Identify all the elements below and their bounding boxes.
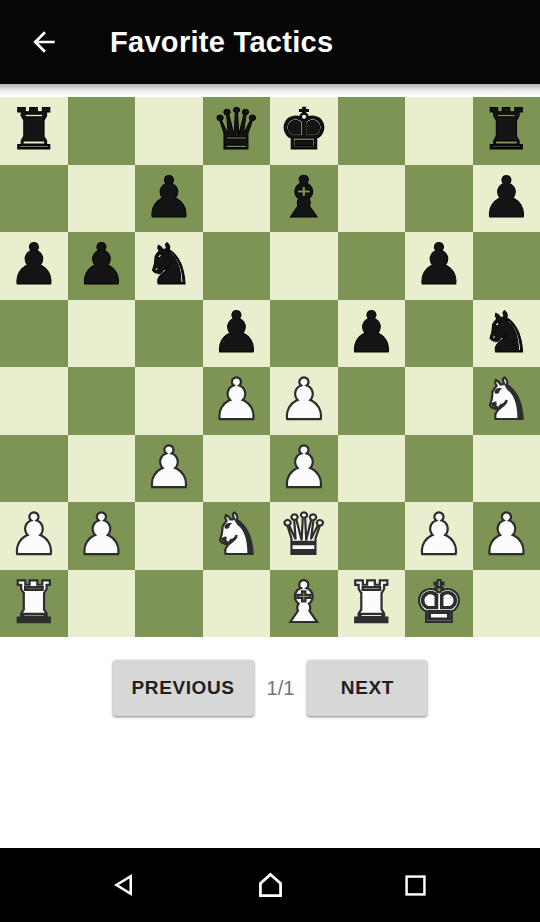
app-bar: Favorite Tactics xyxy=(0,0,540,84)
piece-wb: ♝ xyxy=(278,574,329,631)
square-e5[interactable] xyxy=(270,300,338,368)
piece-wp: ♟ xyxy=(211,371,262,428)
square-c6[interactable]: ♞ xyxy=(135,232,203,300)
square-h5[interactable]: ♞ xyxy=(473,300,540,368)
square-d8[interactable]: ♛ xyxy=(203,97,271,165)
piece-wk: ♚ xyxy=(413,574,464,631)
square-b2[interactable]: ♟ xyxy=(68,502,136,570)
square-c2[interactable] xyxy=(135,502,203,570)
home-icon xyxy=(253,868,288,903)
piece-br: ♜ xyxy=(8,101,59,158)
previous-button[interactable]: PREVIOUS xyxy=(113,660,254,716)
square-d3[interactable] xyxy=(203,435,271,503)
piece-wq: ♛ xyxy=(278,506,329,563)
square-e7[interactable]: ♝ xyxy=(270,165,338,233)
square-g1[interactable]: ♚ xyxy=(405,570,473,638)
square-g2[interactable]: ♟ xyxy=(405,502,473,570)
android-recents-button[interactable] xyxy=(400,870,431,901)
square-e3[interactable]: ♟ xyxy=(270,435,338,503)
square-c1[interactable] xyxy=(135,570,203,638)
square-h7[interactable]: ♟ xyxy=(473,165,540,233)
piece-bp: ♟ xyxy=(8,236,59,293)
square-g6[interactable]: ♟ xyxy=(405,232,473,300)
piece-wr: ♜ xyxy=(8,574,59,631)
android-nav-bar xyxy=(0,848,540,922)
square-h3[interactable] xyxy=(473,435,540,503)
square-b8[interactable] xyxy=(68,97,136,165)
piece-bb: ♝ xyxy=(278,169,329,226)
square-d1[interactable] xyxy=(203,570,271,638)
square-h6[interactable] xyxy=(473,232,540,300)
piece-bk: ♚ xyxy=(278,101,329,158)
square-e6[interactable] xyxy=(270,232,338,300)
android-home-button[interactable] xyxy=(253,868,288,903)
piece-wn: ♞ xyxy=(481,371,532,428)
square-e1[interactable]: ♝ xyxy=(270,570,338,638)
square-f5[interactable]: ♟ xyxy=(338,300,406,368)
square-a4[interactable] xyxy=(0,367,68,435)
piece-bq: ♛ xyxy=(211,101,262,158)
piece-wp: ♟ xyxy=(481,506,532,563)
puzzle-counter: 1/1 xyxy=(265,677,297,700)
android-back-button[interactable] xyxy=(109,869,141,901)
square-g4[interactable] xyxy=(405,367,473,435)
square-a6[interactable]: ♟ xyxy=(0,232,68,300)
square-c4[interactable] xyxy=(135,367,203,435)
square-c3[interactable]: ♟ xyxy=(135,435,203,503)
piece-wp: ♟ xyxy=(413,506,464,563)
square-c5[interactable] xyxy=(135,300,203,368)
square-f7[interactable] xyxy=(338,165,406,233)
piece-wp: ♟ xyxy=(278,371,329,428)
piece-bp: ♟ xyxy=(211,304,262,361)
square-b1[interactable] xyxy=(68,570,136,638)
square-f6[interactable] xyxy=(338,232,406,300)
square-a1[interactable]: ♜ xyxy=(0,570,68,638)
square-d7[interactable] xyxy=(203,165,271,233)
piece-bp: ♟ xyxy=(481,169,532,226)
piece-br: ♜ xyxy=(481,101,532,158)
piece-wn: ♞ xyxy=(211,506,262,563)
square-b6[interactable]: ♟ xyxy=(68,232,136,300)
square-b4[interactable] xyxy=(68,367,136,435)
page-title: Favorite Tactics xyxy=(110,26,333,59)
square-b7[interactable] xyxy=(68,165,136,233)
square-h2[interactable]: ♟ xyxy=(473,502,540,570)
piece-wp: ♟ xyxy=(278,439,329,496)
square-h1[interactable] xyxy=(473,570,540,638)
puzzle-controls: PREVIOUS 1/1 NEXT xyxy=(0,660,540,716)
piece-wp: ♟ xyxy=(8,506,59,563)
square-b5[interactable] xyxy=(68,300,136,368)
triangle-left-icon xyxy=(109,869,141,901)
square-d2[interactable]: ♞ xyxy=(203,502,271,570)
next-button[interactable]: NEXT xyxy=(307,660,427,716)
square-h4[interactable]: ♞ xyxy=(473,367,540,435)
square-d6[interactable] xyxy=(203,232,271,300)
square-e8[interactable]: ♚ xyxy=(270,97,338,165)
square-f2[interactable] xyxy=(338,502,406,570)
app-screen: Favorite Tactics ♜♛♚♜♟♝♟♟♟♞♟♟♟♞♟♟♞♟♟♟♟♞♛… xyxy=(0,0,540,922)
square-f3[interactable] xyxy=(338,435,406,503)
square-g5[interactable] xyxy=(405,300,473,368)
square-f8[interactable] xyxy=(338,97,406,165)
piece-wp: ♟ xyxy=(76,506,127,563)
square-g8[interactable] xyxy=(405,97,473,165)
square-icon xyxy=(400,870,431,901)
square-d5[interactable]: ♟ xyxy=(203,300,271,368)
piece-bp: ♟ xyxy=(143,169,194,226)
square-a8[interactable]: ♜ xyxy=(0,97,68,165)
arrow-left-icon xyxy=(28,26,60,58)
square-c8[interactable] xyxy=(135,97,203,165)
square-a5[interactable] xyxy=(0,300,68,368)
square-f1[interactable]: ♜ xyxy=(338,570,406,638)
square-g7[interactable] xyxy=(405,165,473,233)
appbar-shadow xyxy=(0,84,540,97)
piece-bn: ♞ xyxy=(481,304,532,361)
square-b3[interactable] xyxy=(68,435,136,503)
square-f4[interactable] xyxy=(338,367,406,435)
square-g3[interactable] xyxy=(405,435,473,503)
piece-bp: ♟ xyxy=(76,236,127,293)
piece-bp: ♟ xyxy=(413,236,464,293)
square-e2[interactable]: ♛ xyxy=(270,502,338,570)
square-h8[interactable]: ♜ xyxy=(473,97,540,165)
back-button[interactable] xyxy=(27,25,61,59)
square-c7[interactable]: ♟ xyxy=(135,165,203,233)
square-d4[interactable]: ♟ xyxy=(203,367,271,435)
square-e4[interactable]: ♟ xyxy=(270,367,338,435)
square-a7[interactable] xyxy=(0,165,68,233)
piece-wr: ♜ xyxy=(346,574,397,631)
piece-bn: ♞ xyxy=(143,236,194,293)
square-a3[interactable] xyxy=(0,435,68,503)
piece-wp: ♟ xyxy=(143,439,194,496)
chess-board: ♜♛♚♜♟♝♟♟♟♞♟♟♟♞♟♟♞♟♟♟♟♞♛♟♟♜♝♜♚ xyxy=(0,97,540,637)
piece-bp: ♟ xyxy=(346,304,397,361)
square-a2[interactable]: ♟ xyxy=(0,502,68,570)
